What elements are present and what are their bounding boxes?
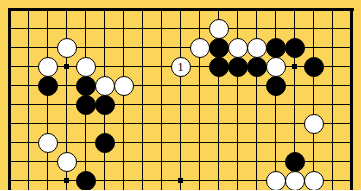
go-board[interactable]: 1: [0, 0, 361, 190]
stone-black: [285, 152, 305, 172]
stone-black: [304, 57, 324, 77]
stone-white: [247, 38, 267, 58]
stone-white: [266, 57, 286, 77]
stone-white: [38, 133, 58, 153]
stone-white: [57, 152, 77, 172]
stone-white: [266, 171, 286, 191]
stone-white: [95, 76, 115, 96]
stone-black: [209, 57, 229, 77]
stone-white: [304, 171, 324, 191]
stone-white: [228, 38, 248, 58]
move-number-label: 1: [178, 61, 184, 73]
stone-white-move-1: 1: [171, 57, 191, 77]
stone-black: [209, 38, 229, 58]
stone-white: [57, 38, 77, 58]
stone-black: [228, 57, 248, 77]
stone-black: [38, 76, 58, 96]
stone-white: [285, 171, 305, 191]
stone-black: [95, 133, 115, 153]
stone-white: [190, 38, 210, 58]
stone-black: [95, 95, 115, 115]
stone-black: [76, 95, 96, 115]
stone-black: [76, 171, 96, 191]
stone-black: [76, 76, 96, 96]
stone-black: [266, 38, 286, 58]
stone-black: [247, 57, 267, 77]
stone-white: [209, 19, 229, 39]
stone-black: [285, 38, 305, 58]
stones-layer: 1: [0, 0, 361, 190]
stone-white: [38, 57, 58, 77]
stone-white: [304, 114, 324, 134]
stone-white: [114, 76, 134, 96]
stone-white: [76, 57, 96, 77]
stone-black: [266, 76, 286, 96]
